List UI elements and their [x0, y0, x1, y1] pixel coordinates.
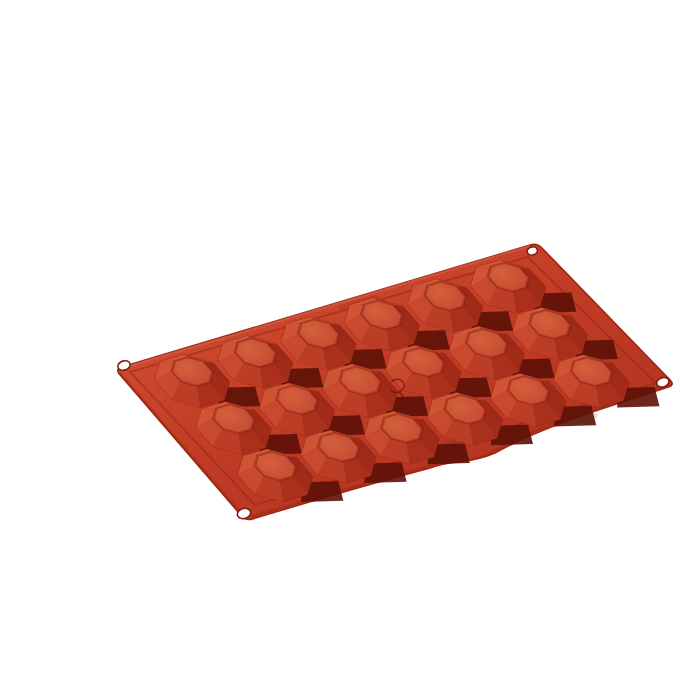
silicone-mold-photo	[40, 16, 700, 700]
product-photo	[40, 16, 700, 700]
